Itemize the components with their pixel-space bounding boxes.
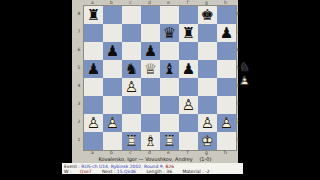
square-h6[interactable] [217, 42, 236, 60]
side-to-move-label: W : [64, 169, 71, 174]
square-h7[interactable]: ♟ [217, 24, 236, 42]
square-d1[interactable]: ♝♗ [141, 132, 160, 150]
rank-labels-left: 87654321 [76, 5, 82, 149]
piece-white-pawn: ♟♙ [198, 114, 217, 132]
piece-black-bishop: ♝ [160, 60, 179, 78]
square-d2[interactable] [141, 114, 160, 132]
rank-label-3: 3 [76, 95, 82, 113]
piece-black-rook: ♜ [179, 24, 198, 42]
square-f7[interactable]: ♜ [179, 24, 198, 42]
square-f3[interactable]: ♟♙ [179, 96, 198, 114]
piece-black-knight: ♞ [122, 60, 141, 78]
square-h8[interactable] [217, 6, 236, 24]
square-a5[interactable]: ♟ [84, 60, 103, 78]
square-b2[interactable]: ♟♙ [103, 114, 122, 132]
board-panel: abcdefgh 87654321 87654321 ♜♚♛♜♟♟♟♟♞♛♕♝♟… [72, 0, 238, 163]
black-player-name: Vovushkov, Andrey [145, 156, 193, 162]
piece-black-pawn: ♟ [217, 24, 236, 42]
square-h5[interactable] [217, 60, 236, 78]
square-f4[interactable] [179, 78, 198, 96]
square-c7[interactable] [122, 24, 141, 42]
square-c8[interactable] [122, 6, 141, 24]
piece-black-pawn: ♟ [141, 42, 160, 60]
piece-white-pawn: ♟♙ [217, 114, 236, 132]
file-label-b: b [102, 150, 121, 155]
rank-label-8: 8 [76, 5, 82, 23]
file-labels-bottom: abcdefgh [83, 150, 235, 155]
square-e6[interactable] [160, 42, 179, 60]
piece-white-rook: ♜♖ [122, 132, 141, 150]
file-label-b: b [102, 0, 121, 5]
square-b1[interactable] [103, 132, 122, 150]
tray-piece-black-knight: ♞ [238, 60, 251, 74]
square-b6[interactable]: ♟ [103, 42, 122, 60]
video-frame: abcdefgh 87654321 87654321 ♜♚♛♜♟♟♟♟♞♛♕♝♟… [0, 0, 320, 180]
piece-white-pawn: ♟♙ [179, 96, 198, 114]
square-c6[interactable] [122, 42, 141, 60]
square-c3[interactable] [122, 96, 141, 114]
square-g3[interactable] [198, 96, 217, 114]
file-label-g: g [197, 150, 216, 155]
square-g2[interactable]: ♟♙ [198, 114, 217, 132]
square-a2[interactable]: ♟♙ [84, 114, 103, 132]
square-c5[interactable]: ♞ [122, 60, 141, 78]
square-e5[interactable]: ♝ [160, 60, 179, 78]
material-value: -2 [205, 169, 210, 174]
next-move[interactable]: 15.Qxd6 [117, 169, 136, 174]
piece-white-pawn: ♟♙ [84, 114, 103, 132]
material-label: Material : [182, 169, 203, 174]
square-g8[interactable]: ♚ [198, 6, 217, 24]
rank-label-7: 7 [76, 23, 82, 41]
piece-white-rook: ♜♖ [160, 132, 179, 150]
piece-black-pawn: ♟ [179, 60, 198, 78]
square-e4[interactable] [160, 78, 179, 96]
move-info-line: W : Qxe7 Next : 15.Qxd6 Length : 36 Mate… [64, 169, 242, 175]
square-g5[interactable] [198, 60, 217, 78]
file-label-c: c [121, 150, 140, 155]
square-f2[interactable] [179, 114, 198, 132]
game-result: (1-0) [199, 156, 211, 162]
square-h1[interactable] [217, 132, 236, 150]
square-g7[interactable] [198, 24, 217, 42]
file-label-h: h [216, 0, 235, 5]
square-f6[interactable] [179, 42, 198, 60]
square-g6[interactable] [198, 42, 217, 60]
game-caption: Kovalenko, Igor — Vovushkov, Andrey (1-0… [72, 156, 238, 163]
square-a8[interactable]: ♜ [84, 6, 103, 24]
square-b4[interactable] [103, 78, 122, 96]
file-label-a: a [83, 150, 102, 155]
square-b5[interactable] [103, 60, 122, 78]
piece-black-rook: ♜ [84, 6, 103, 24]
square-d8[interactable] [141, 6, 160, 24]
piece-black-pawn: ♟ [103, 42, 122, 60]
board: ♜♚♛♜♟♟♟♟♞♛♕♝♟♟♙♟♙♟♙♟♙♟♙♟♙♜♖♝♗♜♖♚♔ [83, 5, 237, 151]
players-separator: — [139, 156, 144, 162]
square-e1[interactable]: ♜♖ [160, 132, 179, 150]
rank-label-4: 4 [76, 77, 82, 95]
square-f8[interactable] [179, 6, 198, 24]
file-label-d: d [140, 150, 159, 155]
square-g4[interactable] [198, 78, 217, 96]
square-h4[interactable] [217, 78, 236, 96]
file-label-h: h [216, 150, 235, 155]
rank-label-6: 6 [76, 41, 82, 59]
piece-black-king: ♚ [198, 6, 217, 24]
square-d5[interactable]: ♛♕ [141, 60, 160, 78]
file-label-e: e [159, 150, 178, 155]
square-e7[interactable]: ♛ [160, 24, 179, 42]
file-label-f: f [178, 150, 197, 155]
piece-white-pawn: ♟♙ [122, 78, 141, 96]
square-d6[interactable]: ♟ [141, 42, 160, 60]
file-label-e: e [159, 0, 178, 5]
square-d3[interactable] [141, 96, 160, 114]
square-b7[interactable] [103, 24, 122, 42]
square-c4[interactable]: ♟♙ [122, 78, 141, 96]
file-label-a: a [83, 0, 102, 5]
square-c2[interactable] [122, 114, 141, 132]
length-value: 36 [166, 169, 172, 174]
square-a7[interactable] [84, 24, 103, 42]
square-d7[interactable] [141, 24, 160, 42]
square-f1[interactable] [179, 132, 198, 150]
square-a1[interactable] [84, 132, 103, 150]
piece-black-pawn: ♟ [84, 60, 103, 78]
square-b8[interactable] [103, 6, 122, 24]
square-f5[interactable]: ♟ [179, 60, 198, 78]
material-difference-tray: ♞♟♙ [238, 60, 251, 90]
square-d4[interactable] [141, 78, 160, 96]
piece-white-pawn: ♟♙ [103, 114, 122, 132]
square-h2[interactable]: ♟♙ [217, 114, 236, 132]
square-a4[interactable] [84, 78, 103, 96]
square-e2[interactable] [160, 114, 179, 132]
piece-black-queen: ♛ [160, 24, 179, 42]
square-c1[interactable]: ♜♖ [122, 132, 141, 150]
last-move: Qxe7 [80, 169, 92, 174]
rank-label-5: 5 [76, 59, 82, 77]
square-a3[interactable] [84, 96, 103, 114]
rank-label-2: 2 [76, 113, 82, 131]
file-label-c: c [121, 0, 140, 5]
file-label-f: f [178, 0, 197, 5]
piece-white-king: ♚♔ [198, 132, 217, 150]
square-h3[interactable] [217, 96, 236, 114]
rank-label-1: 1 [76, 131, 82, 149]
info-panel: Event : RUS-ch U14, Rybinsk 2002, Round … [62, 163, 243, 174]
white-player-name: Kovalenko, Igor [99, 156, 137, 162]
length-label: Length : [146, 169, 164, 174]
file-label-d: d [140, 0, 159, 5]
square-g1[interactable]: ♚♔ [198, 132, 217, 150]
square-a6[interactable] [84, 42, 103, 60]
square-e3[interactable] [160, 96, 179, 114]
file-label-g: g [197, 0, 216, 5]
square-e8[interactable] [160, 6, 179, 24]
file-labels-top: abcdefgh [83, 0, 235, 5]
tray-piece-white-pawn: ♟♙ [238, 74, 251, 88]
piece-white-bishop: ♝♗ [141, 132, 160, 150]
piece-white-queen: ♛♕ [141, 60, 160, 78]
next-label: Next : [102, 169, 115, 174]
square-b3[interactable] [103, 96, 122, 114]
